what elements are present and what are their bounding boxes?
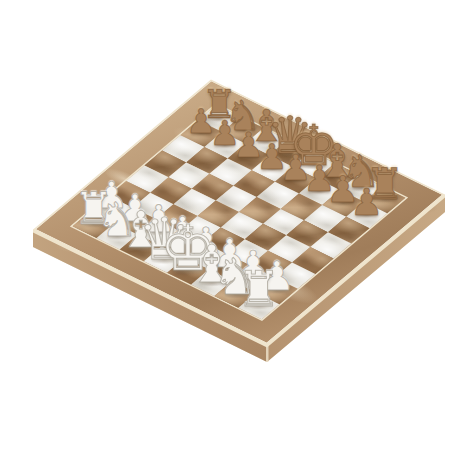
white-rook: ♜	[230, 265, 288, 314]
brown-pawn: ♟	[344, 184, 389, 221]
pieces-layer: ♜♞♝♛♚♝♞♜♟♟♟♟♟♟♟♟♟♟♟♟♟♟♟♟♜♞♝♛♚♝♞♜	[0, 0, 474, 474]
chess-set-product-photo: ♜♞♝♛♚♝♞♜♟♟♟♟♟♟♟♟♟♟♟♟♟♟♟♟♜♞♝♛♚♝♞♜	[0, 0, 474, 474]
